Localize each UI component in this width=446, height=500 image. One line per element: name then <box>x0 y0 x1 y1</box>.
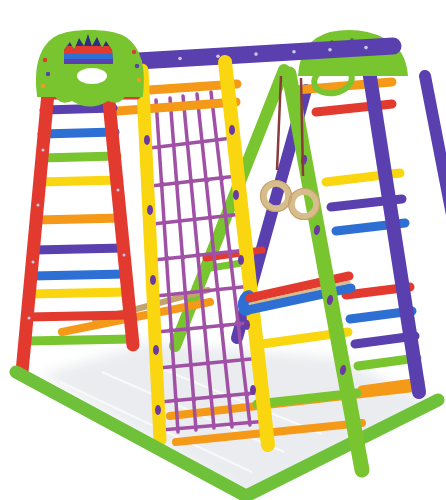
net-knot <box>202 324 207 329</box>
net-knot <box>180 254 185 259</box>
net-rope-h <box>150 138 232 148</box>
left-rung-purple <box>34 248 124 250</box>
screw-cover <box>153 345 159 355</box>
left-rung-red <box>28 315 130 317</box>
screw <box>364 46 368 50</box>
net-knot <box>173 397 178 402</box>
climbing-set-illustration <box>0 0 446 500</box>
screw-purple <box>46 72 50 76</box>
left-rung-blue <box>42 132 115 134</box>
screw <box>292 50 296 54</box>
net-knot <box>159 181 164 186</box>
screw-cover <box>144 135 150 145</box>
screw-cover <box>150 275 156 285</box>
screw <box>254 52 258 56</box>
screw-orange <box>41 84 45 88</box>
net-knot <box>236 321 241 326</box>
screw <box>42 149 45 152</box>
left-rung-blue <box>32 274 126 276</box>
screw <box>123 254 126 257</box>
screw-cover <box>244 320 250 330</box>
net-knot <box>204 177 209 182</box>
left-rung-yellow <box>30 292 128 294</box>
screw <box>28 317 31 320</box>
backboard-red <box>62 46 115 54</box>
screw <box>328 48 332 52</box>
net-knot <box>208 394 213 399</box>
screw <box>32 261 35 264</box>
backboard-through-crown <box>62 46 115 65</box>
net-knot <box>244 391 249 396</box>
left-rung-green <box>27 339 132 341</box>
screw-orange <box>137 78 141 82</box>
screw-cover <box>229 125 235 135</box>
net-knot <box>226 393 231 398</box>
net-knot <box>191 396 196 401</box>
left-rung-purple <box>44 108 113 110</box>
net-knot <box>168 327 173 332</box>
grip-hole <box>77 68 107 84</box>
net-knot <box>164 255 169 260</box>
net-knot <box>188 178 193 183</box>
top-rung-orange <box>118 102 236 111</box>
left-rung-yellow <box>39 180 119 182</box>
net-knot <box>211 251 216 256</box>
screw-cover <box>147 205 153 215</box>
screw <box>117 189 120 192</box>
screw <box>216 55 220 59</box>
net-knot <box>228 249 233 254</box>
left-wall-rail-left <box>22 82 49 372</box>
screw-cover <box>233 190 239 200</box>
screw-red <box>132 50 136 54</box>
backboard-blue <box>62 54 115 59</box>
net-knot <box>185 326 190 331</box>
screw <box>37 204 40 207</box>
net-knot <box>174 180 179 185</box>
left-wall-rail-right <box>107 82 133 345</box>
left-rung-orange <box>36 218 122 220</box>
screw-cover <box>155 405 161 415</box>
product-photo <box>0 0 446 500</box>
right-wall-back-rail <box>425 76 446 215</box>
crown-panel <box>36 30 144 107</box>
screw-cover <box>238 255 244 265</box>
screw-purple <box>135 64 139 68</box>
left-rung-green <box>41 156 117 158</box>
net-knot <box>219 323 224 328</box>
net-knot <box>219 175 224 180</box>
screw <box>178 57 182 61</box>
net-knot <box>195 252 200 257</box>
screw-cover <box>250 385 256 395</box>
screw-red <box>43 58 47 62</box>
